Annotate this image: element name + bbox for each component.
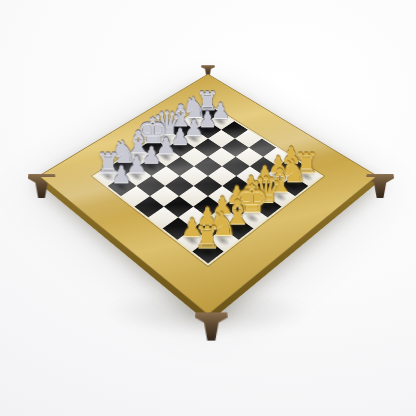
chess-board: ♜♟♟♜♞♟♟♞♝♟♟♝♛♟♟♛♚♟♟♚♝♟♟♝♞♟♟♞♜♟♟♜: [38, 74, 377, 315]
piece-silver-pawn[interactable]: ♟: [99, 163, 144, 186]
chess-scene: ♜♟♟♜♞♟♟♞♝♟♟♝♛♟♟♛♚♟♟♚♝♟♟♝♞♟♟♞♜♟♟♜: [0, 0, 416, 416]
piece-gold-rook[interactable]: ♜: [183, 222, 231, 252]
board-leg-south: [195, 312, 228, 340]
